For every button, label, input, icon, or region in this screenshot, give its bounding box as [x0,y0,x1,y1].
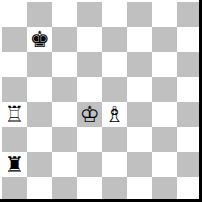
square-d7[interactable] [77,27,102,52]
square-a4[interactable]: ♖ [2,102,27,127]
square-e5[interactable] [102,77,127,102]
square-a2[interactable]: ♜ [2,152,27,177]
square-f2[interactable] [127,152,152,177]
square-c2[interactable] [52,152,77,177]
square-e8[interactable] [102,2,127,27]
square-c3[interactable] [52,127,77,152]
square-e2[interactable] [102,152,127,177]
square-g5[interactable] [152,77,177,102]
square-b5[interactable] [27,77,52,102]
square-a6[interactable] [2,52,27,77]
square-c5[interactable] [52,77,77,102]
square-g4[interactable] [152,102,177,127]
square-b7[interactable]: ♚ [27,27,52,52]
square-b4[interactable] [27,102,52,127]
square-b6[interactable] [27,52,52,77]
square-g6[interactable] [152,52,177,77]
black-rook: ♜ [5,152,25,177]
square-e3[interactable] [102,127,127,152]
square-f6[interactable] [127,52,152,77]
square-g7[interactable] [152,27,177,52]
square-d2[interactable] [77,152,102,177]
chess-diagram: ♚♖♔♗♜ [0,0,202,202]
square-d4[interactable]: ♔ [77,102,102,127]
square-f7[interactable] [127,27,152,52]
square-g2[interactable] [152,152,177,177]
square-d6[interactable] [77,52,102,77]
square-f5[interactable] [127,77,152,102]
square-f3[interactable] [127,127,152,152]
square-b3[interactable] [27,127,52,152]
square-a5[interactable] [2,77,27,102]
square-c7[interactable] [52,27,77,52]
square-d8[interactable] [77,2,102,27]
white-rook: ♖ [5,102,25,127]
square-e7[interactable] [102,27,127,52]
square-c8[interactable] [52,2,77,27]
square-f8[interactable] [127,2,152,27]
square-a8[interactable] [2,2,27,27]
square-c4[interactable] [52,102,77,127]
white-bishop: ♗ [105,102,125,127]
square-a7[interactable] [2,27,27,52]
board-grid: ♚♖♔♗♜ [2,2,202,202]
black-king: ♚ [30,27,50,52]
square-a3[interactable] [2,127,27,152]
board-border-right [199,0,202,202]
square-f4[interactable] [127,102,152,127]
white-king: ♔ [80,102,100,127]
board-border-bottom [0,199,202,202]
square-c6[interactable] [52,52,77,77]
square-e6[interactable] [102,52,127,77]
square-g8[interactable] [152,2,177,27]
square-d3[interactable] [77,127,102,152]
square-e4[interactable]: ♗ [102,102,127,127]
square-b8[interactable] [27,2,52,27]
square-b2[interactable] [27,152,52,177]
square-g3[interactable] [152,127,177,152]
square-d5[interactable] [77,77,102,102]
